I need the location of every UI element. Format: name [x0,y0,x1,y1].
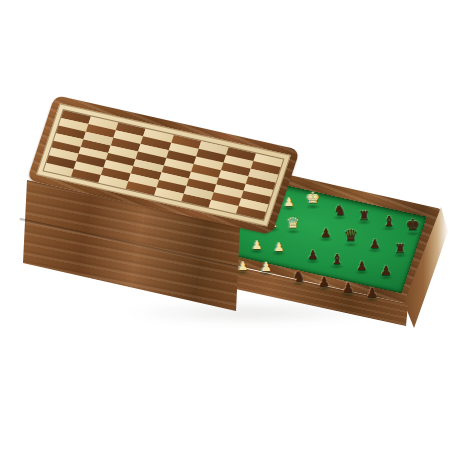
piece-black-rook[interactable]: ♜ [394,242,406,255]
piece-black-pawn[interactable]: ♟ [318,275,330,288]
piece-black-pawn[interactable]: ♟ [370,238,381,250]
piece-black-pawn[interactable]: ♟ [321,227,332,239]
piece-white-king[interactable]: ♚ [306,190,320,206]
piece-white-pawn[interactable]: ♟ [260,260,272,273]
piece-black-pawn[interactable]: ♟ [357,260,368,272]
piece-black-pawn[interactable]: ♟ [366,286,378,299]
piece-white-pawn[interactable]: ♟ [274,241,285,253]
piece-white-pawn[interactable]: ♟ [284,196,295,208]
piece-black-bishop[interactable]: ♝ [331,252,344,266]
piece-black-pawn[interactable]: ♟ [380,264,392,277]
piece-black-pawn[interactable]: ♟ [342,281,354,294]
piece-black-knight[interactable]: ♞ [334,203,347,217]
piece-black-king[interactable]: ♚ [406,217,420,233]
piece-black-bishop[interactable]: ♝ [383,214,396,228]
piece-black-knight[interactable]: ♞ [293,269,306,283]
piece-white-pawn[interactable]: ♟ [238,260,249,272]
piece-black-queen[interactable]: ♛ [344,228,358,244]
pieces-layer: ♟♚♝♛♟♟♟♟♞♜♝♚♟♛♟♜♟♝♟♟♞♟♟♟ [0,0,458,458]
piece-white-pawn[interactable]: ♟ [252,239,263,251]
piece-black-pawn[interactable]: ♟ [308,249,319,261]
chess-box-scene: ♟♚♝♛♟♟♟♟♞♜♝♚♟♛♟♜♟♝♟♟♞♟♟♟ [0,0,458,458]
piece-black-rook[interactable]: ♜ [358,209,370,222]
piece-white-queen[interactable]: ♛ [286,216,299,231]
